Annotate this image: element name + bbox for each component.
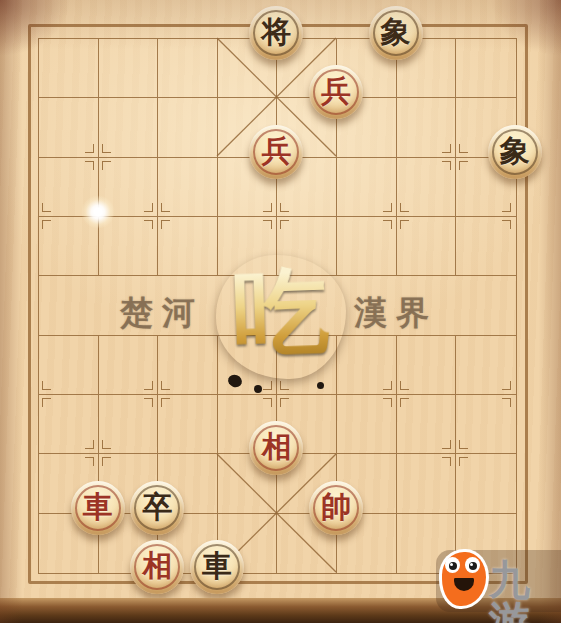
sparkle-hint-highlight bbox=[81, 195, 115, 229]
river-label-left: 楚河 bbox=[120, 291, 204, 336]
board-cell bbox=[158, 98, 218, 157]
point-marker bbox=[442, 144, 468, 170]
piece-char: 相 bbox=[142, 551, 172, 581]
point-marker bbox=[502, 203, 528, 229]
capture-badge: 吃 bbox=[216, 255, 346, 379]
point-marker bbox=[25, 381, 51, 407]
point-marker bbox=[383, 203, 409, 229]
point-marker bbox=[144, 381, 170, 407]
piece-char: 車 bbox=[83, 492, 113, 522]
piece-char: 象 bbox=[500, 136, 530, 166]
point-marker bbox=[383, 381, 409, 407]
capture-badge-char: 吃 bbox=[231, 264, 330, 363]
xiangqi-board-scene: 楚河 漢界 吃 将象兵兵象相車卒帥相車 九游 bbox=[0, 0, 561, 623]
river-label-right: 漢界 bbox=[354, 291, 438, 336]
piece-black-elephant-g0[interactable]: 象 bbox=[369, 6, 423, 60]
point-marker bbox=[85, 440, 111, 466]
point-marker bbox=[263, 203, 289, 229]
watermark-text: 九游 bbox=[489, 560, 561, 623]
board-cell bbox=[456, 276, 516, 335]
piece-red-soldier-f1[interactable]: 兵 bbox=[309, 65, 363, 119]
9game-mascot-icon bbox=[441, 551, 487, 607]
piece-char: 兵 bbox=[261, 136, 291, 166]
piece-char: 将 bbox=[261, 17, 291, 47]
piece-red-general-f8[interactable]: 帥 bbox=[309, 481, 363, 535]
piece-black-elephant-i2[interactable]: 象 bbox=[488, 125, 542, 179]
point-marker bbox=[442, 440, 468, 466]
piece-char: 相 bbox=[261, 432, 291, 462]
piece-black-general-e0[interactable]: 将 bbox=[249, 6, 303, 60]
point-marker bbox=[502, 381, 528, 407]
ink-splatter bbox=[317, 382, 324, 389]
point-marker bbox=[85, 144, 111, 170]
point-marker bbox=[263, 381, 289, 407]
board-cell bbox=[99, 39, 159, 98]
piece-red-soldier-e2[interactable]: 兵 bbox=[249, 125, 303, 179]
piece-black-chariot-d9[interactable]: 車 bbox=[190, 540, 244, 594]
piece-char: 帥 bbox=[321, 492, 351, 522]
piece-char: 象 bbox=[381, 17, 411, 47]
piece-char: 車 bbox=[202, 551, 232, 581]
ink-splatter bbox=[254, 385, 262, 393]
piece-red-elephant-c9[interactable]: 相 bbox=[130, 540, 184, 594]
mascot-eye bbox=[465, 557, 480, 573]
point-marker bbox=[25, 203, 51, 229]
mascot-eye bbox=[445, 557, 460, 573]
piece-char: 兵 bbox=[321, 76, 351, 106]
board-cell bbox=[39, 276, 99, 335]
board-cell bbox=[456, 39, 516, 98]
board-cell bbox=[39, 39, 99, 98]
board-cell bbox=[158, 39, 218, 98]
piece-char: 卒 bbox=[142, 492, 172, 522]
piece-red-chariot-b8[interactable]: 車 bbox=[71, 481, 125, 535]
piece-black-soldier-c8[interactable]: 卒 bbox=[130, 481, 184, 535]
point-marker bbox=[144, 203, 170, 229]
